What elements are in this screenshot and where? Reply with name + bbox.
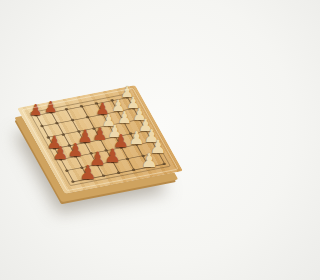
hole-g7[interactable]: [162, 162, 166, 165]
board-perspective-wrap: ♟♟♟♟♟♟♟♟♟♟♟♟♟♟♟♟♟♟♟♟♟♟♟♟: [17, 85, 183, 194]
peg-natural-f7[interactable]: ♟: [140, 151, 158, 170]
peg-red-b7[interactable]: ♟: [79, 162, 97, 181]
board-grid: ♟♟♟♟♟♟♟♟♟♟♟♟♟♟♟♟♟♟♟♟♟♟♟♟: [36, 97, 164, 181]
peg-red-b5[interactable]: ♟: [67, 142, 85, 160]
hole-d7[interactable]: [116, 171, 120, 174]
hole-a7[interactable]: [71, 180, 75, 183]
product-photo-scene: ♟♟♟♟♟♟♟♟♟♟♟♟♟♟♟♟♟♟♟♟♟♟♟♟: [0, 0, 200, 280]
peg-red-b1[interactable]: ♟: [42, 100, 60, 115]
peg-red-d6[interactable]: ♟: [103, 146, 121, 164]
game-board: ♟♟♟♟♟♟♟♟♟♟♟♟♟♟♟♟♟♟♟♟♟♟♟♟: [17, 85, 183, 194]
hole-c7[interactable]: [101, 174, 105, 177]
